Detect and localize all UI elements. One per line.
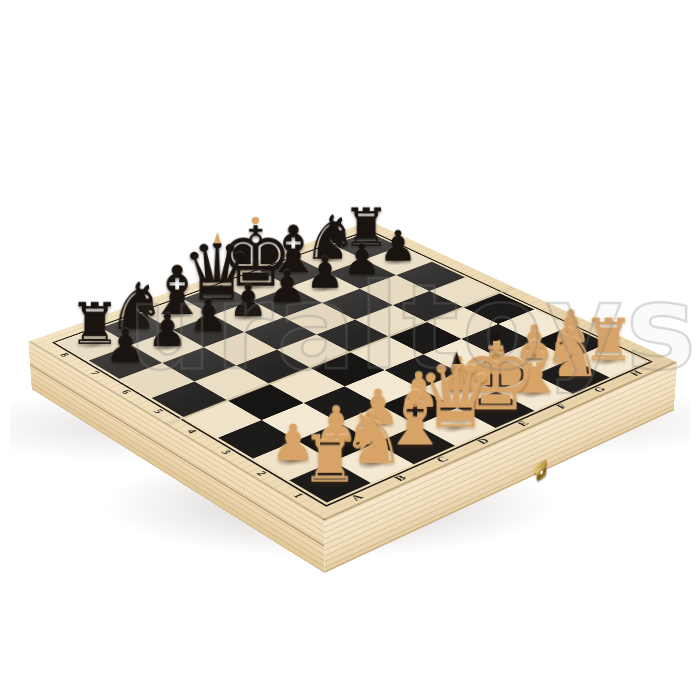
pawn-glyph: ♟: [147, 308, 188, 354]
pawn-glyph: ♟: [306, 251, 345, 295]
queen-spike-finial: [452, 352, 461, 365]
pawn-glyph: ♟: [379, 225, 417, 267]
pawn-glyph: ♟: [267, 265, 307, 309]
product-photo-stage: ♜♞♝♚♛♝♞♜♟♟♟♟♟♟♟♟♟♟♟♟♟♟♟♟♜♞♝♚♛♝♞♜ 8765432…: [0, 0, 700, 700]
pawn-glyph: ♟: [188, 293, 229, 338]
queen-spike-finial: [213, 232, 221, 243]
pawn-glyph: ♟: [228, 279, 268, 324]
king-ball-finial: [492, 333, 500, 341]
board-top-face: ♜♞♝♚♛♝♞♜♟♟♟♟♟♟♟♟♟♟♟♟♟♟♟♟♜♞♝♚♛♝♞♜ 8765432…: [28, 221, 677, 521]
pawn-glyph: ♟: [343, 238, 382, 281]
pawn-glyph: ♟: [105, 323, 147, 369]
king-ball-finial: [252, 217, 260, 225]
chess-board-box: ♜♞♝♚♛♝♞♜♟♟♟♟♟♟♟♟♟♟♟♟♟♟♟♟♜♞♝♚♛♝♞♜ 8765432…: [28, 221, 677, 521]
scene: ♜♞♝♚♛♝♞♜♟♟♟♟♟♟♟♟♟♟♟♟♟♟♟♟♜♞♝♚♛♝♞♜ 8765432…: [0, 0, 700, 700]
